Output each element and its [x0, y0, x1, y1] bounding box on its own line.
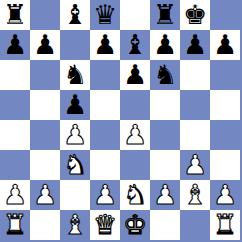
square-a8[interactable]: ♜: [0, 0, 30, 30]
white-rook: ♜: [3, 210, 27, 240]
square-d7[interactable]: ♟: [90, 30, 120, 60]
chess-board-wrap: ♜♝♛♜♚♟♟♟♝♟♟♟♞♟♞♟♟♟♞♟♟♟♟♞♟♝♟♜♝♛♚♜: [0, 0, 242, 242]
square-g2[interactable]: ♝: [180, 180, 210, 210]
black-bishop: ♝: [63, 0, 87, 30]
black-pawn: ♟: [63, 90, 87, 120]
square-g3[interactable]: ♟: [180, 150, 210, 180]
square-e2[interactable]: ♞: [120, 180, 150, 210]
white-pawn: ♟: [123, 120, 147, 150]
black-pawn: ♟: [33, 30, 57, 60]
square-e3[interactable]: [120, 150, 150, 180]
white-knight: ♞: [63, 150, 87, 180]
black-pawn: ♟: [183, 30, 207, 60]
square-c7[interactable]: [60, 30, 90, 60]
square-c6[interactable]: ♞: [60, 60, 90, 90]
square-a3[interactable]: [0, 150, 30, 180]
square-h4[interactable]: [210, 120, 240, 150]
black-king: ♚: [183, 0, 207, 30]
square-g1[interactable]: [180, 210, 210, 240]
square-b4[interactable]: [30, 120, 60, 150]
square-a7[interactable]: ♟: [0, 30, 30, 60]
square-e7[interactable]: ♝: [120, 30, 150, 60]
square-b8[interactable]: [30, 0, 60, 30]
black-pawn: ♟: [3, 30, 27, 60]
square-c3[interactable]: ♞: [60, 150, 90, 180]
black-queen: ♛: [93, 0, 117, 30]
square-f4[interactable]: [150, 120, 180, 150]
square-d3[interactable]: [90, 150, 120, 180]
white-queen: ♛: [93, 210, 117, 240]
black-rook: ♜: [153, 0, 177, 30]
square-a6[interactable]: [0, 60, 30, 90]
square-g8[interactable]: ♚: [180, 0, 210, 30]
square-b5[interactable]: [30, 90, 60, 120]
white-pawn: ♟: [63, 120, 87, 150]
square-b3[interactable]: [30, 150, 60, 180]
square-a5[interactable]: [0, 90, 30, 120]
square-e4[interactable]: ♟: [120, 120, 150, 150]
square-g6[interactable]: [180, 60, 210, 90]
white-pawn: ♟: [213, 180, 237, 210]
square-a1[interactable]: ♜: [0, 210, 30, 240]
black-rook: ♜: [3, 0, 27, 30]
square-d4[interactable]: [90, 120, 120, 150]
black-pawn: ♟: [123, 60, 147, 90]
square-g7[interactable]: ♟: [180, 30, 210, 60]
square-f3[interactable]: [150, 150, 180, 180]
square-c8[interactable]: ♝: [60, 0, 90, 30]
white-rook: ♜: [213, 210, 237, 240]
square-a2[interactable]: ♟: [0, 180, 30, 210]
square-f7[interactable]: ♟: [150, 30, 180, 60]
square-f6[interactable]: ♞: [150, 60, 180, 90]
white-pawn: ♟: [33, 180, 57, 210]
square-b7[interactable]: ♟: [30, 30, 60, 60]
square-h6[interactable]: [210, 60, 240, 90]
white-bishop: ♝: [183, 180, 207, 210]
square-h3[interactable]: [210, 150, 240, 180]
black-knight: ♞: [153, 60, 177, 90]
square-d5[interactable]: [90, 90, 120, 120]
square-b2[interactable]: ♟: [30, 180, 60, 210]
square-d8[interactable]: ♛: [90, 0, 120, 30]
square-c4[interactable]: ♟: [60, 120, 90, 150]
white-pawn: ♟: [3, 180, 27, 210]
square-h8[interactable]: [210, 0, 240, 30]
square-d1[interactable]: ♛: [90, 210, 120, 240]
square-e8[interactable]: [120, 0, 150, 30]
square-e1[interactable]: ♚: [120, 210, 150, 240]
square-a4[interactable]: [0, 120, 30, 150]
square-h1[interactable]: ♜: [210, 210, 240, 240]
chess-board: ♜♝♛♜♚♟♟♟♝♟♟♟♞♟♞♟♟♟♞♟♟♟♟♞♟♝♟♜♝♛♚♜: [0, 0, 240, 240]
black-pawn: ♟: [153, 30, 177, 60]
white-pawn: ♟: [93, 180, 117, 210]
white-king: ♚: [123, 210, 147, 240]
square-e5[interactable]: [120, 90, 150, 120]
square-f8[interactable]: ♜: [150, 0, 180, 30]
white-pawn: ♟: [153, 180, 177, 210]
white-pawn: ♟: [183, 150, 207, 180]
square-g5[interactable]: [180, 90, 210, 120]
square-h5[interactable]: [210, 90, 240, 120]
square-f5[interactable]: [150, 90, 180, 120]
square-e6[interactable]: ♟: [120, 60, 150, 90]
black-knight: ♞: [63, 60, 87, 90]
white-bishop: ♝: [63, 210, 87, 240]
black-pawn: ♟: [93, 30, 117, 60]
square-c5[interactable]: ♟: [60, 90, 90, 120]
square-c2[interactable]: [60, 180, 90, 210]
square-f2[interactable]: ♟: [150, 180, 180, 210]
square-h7[interactable]: ♟: [210, 30, 240, 60]
square-h2[interactable]: ♟: [210, 180, 240, 210]
square-g4[interactable]: [180, 120, 210, 150]
black-bishop: ♝: [123, 30, 147, 60]
white-knight: ♞: [123, 180, 147, 210]
square-d2[interactable]: ♟: [90, 180, 120, 210]
square-f1[interactable]: [150, 210, 180, 240]
square-b1[interactable]: [30, 210, 60, 240]
square-c1[interactable]: ♝: [60, 210, 90, 240]
square-d6[interactable]: [90, 60, 120, 90]
square-b6[interactable]: [30, 60, 60, 90]
black-pawn: ♟: [213, 30, 237, 60]
